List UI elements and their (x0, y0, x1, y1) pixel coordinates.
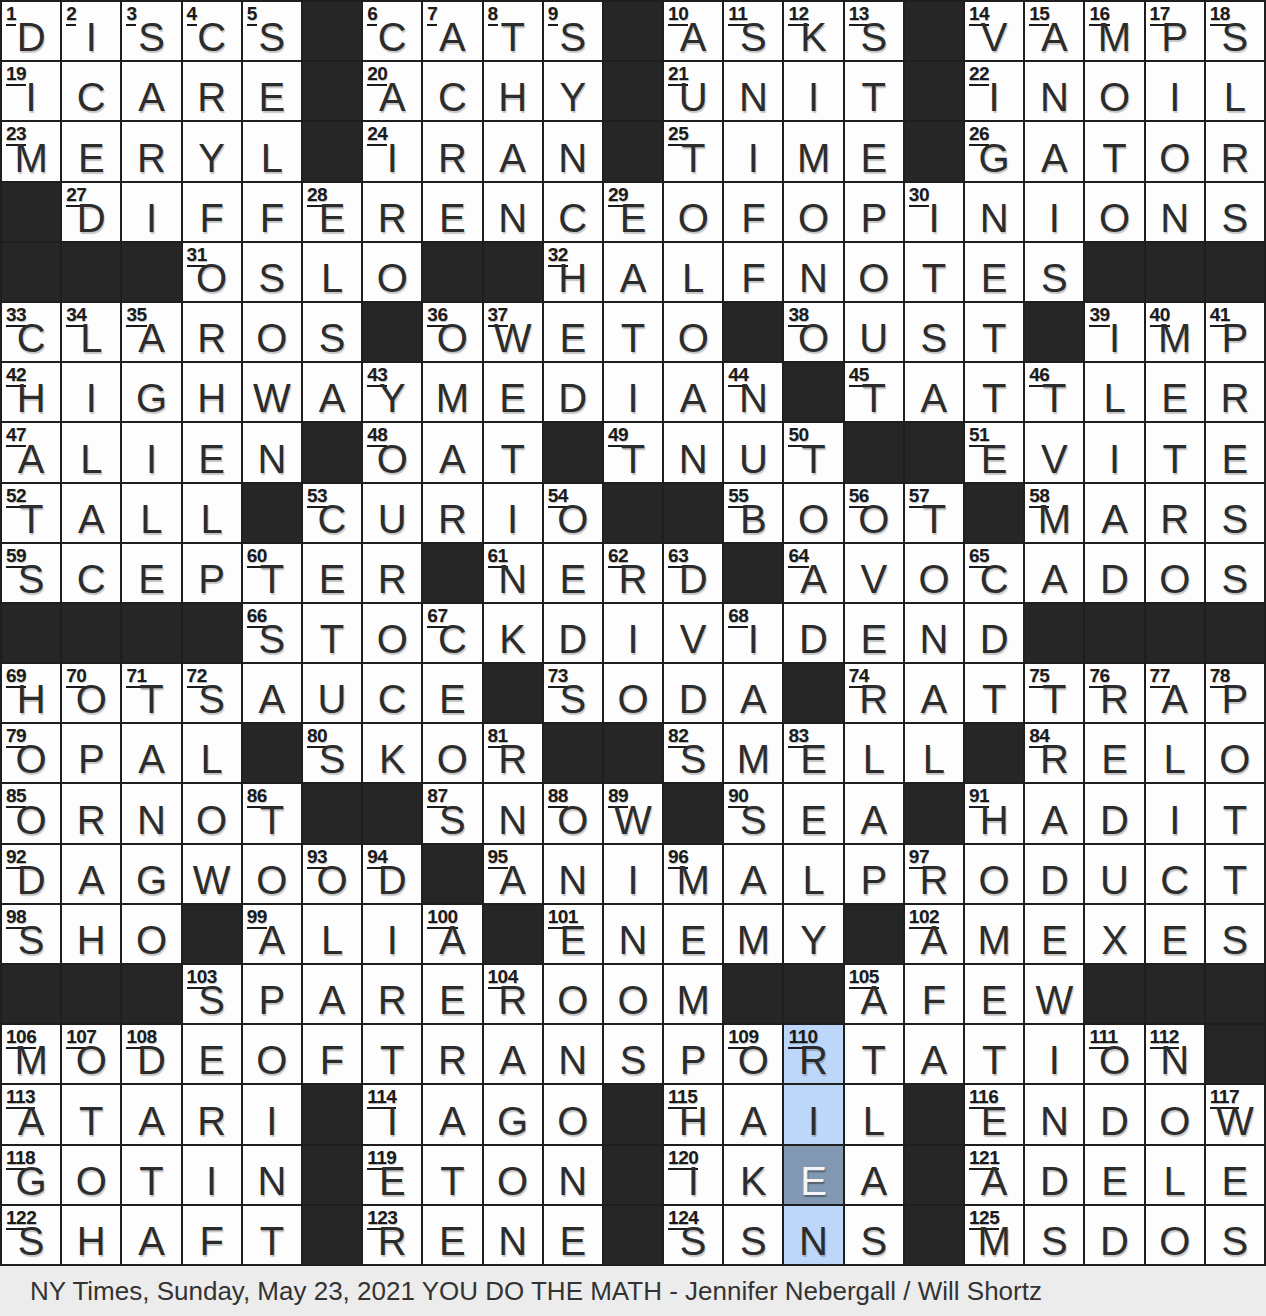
cell-r1c18[interactable]: 15A (1025, 2, 1083, 60)
cell-r5c10[interactable]: 32H (544, 243, 602, 301)
cell-r2c2[interactable]: C (62, 62, 120, 120)
cell-r12c3[interactable]: 71T (122, 664, 180, 722)
cell-r3c5[interactable]: L (243, 122, 301, 180)
cell-r16c20[interactable]: E (1146, 905, 1204, 963)
cell-r17c7[interactable]: R (363, 965, 421, 1023)
cell-r12c21[interactable]: 78P (1206, 664, 1264, 722)
cell-r11c14[interactable]: D (784, 604, 842, 662)
cell-r10c18[interactable]: A (1025, 544, 1083, 602)
cell-r8c2[interactable]: L (62, 423, 120, 481)
cell-r5c17[interactable]: E (965, 243, 1023, 301)
cell-r7c20[interactable]: E (1146, 363, 1204, 421)
cell-r1c13[interactable]: 11S (724, 2, 782, 60)
cell-r16c8[interactable]: 100A (423, 905, 481, 963)
cell-r4c11[interactable]: 29E (604, 183, 662, 241)
cell-r7c9[interactable]: E (484, 363, 542, 421)
cell-r21c4[interactable]: F (183, 1206, 241, 1264)
cell-r21c1[interactable]: 122S (2, 1206, 60, 1264)
cell-r20c20[interactable]: L (1146, 1146, 1204, 1204)
cell-r7c4[interactable]: H (183, 363, 241, 421)
cell-r13c6[interactable]: 80S (303, 724, 361, 782)
cell-r14c14[interactable]: E (784, 784, 842, 842)
cell-r9c10[interactable]: 54O (544, 484, 602, 542)
cell-r7c1[interactable]: 42H (2, 363, 60, 421)
cell-r6c14[interactable]: 38O (784, 303, 842, 361)
cell-r5c5[interactable]: S (243, 243, 301, 301)
cell-r15c10[interactable]: N (544, 845, 602, 903)
cell-r8c5[interactable]: N (243, 423, 301, 481)
cell-r10c4[interactable]: P (183, 544, 241, 602)
cell-r21c21[interactable]: S (1206, 1206, 1264, 1264)
cell-r12c19[interactable]: 76R (1085, 664, 1143, 722)
cell-r2c1[interactable]: 19I (2, 62, 60, 120)
cell-r6c11[interactable]: T (604, 303, 662, 361)
cell-r4c13[interactable]: F (724, 183, 782, 241)
cell-r3c17[interactable]: 26G (965, 122, 1023, 180)
cell-r15c2[interactable]: A (62, 845, 120, 903)
cell-r16c6[interactable]: L (303, 905, 361, 963)
cell-r6c5[interactable]: O (243, 303, 301, 361)
cell-r14c17[interactable]: 91H (965, 784, 1023, 842)
cell-r15c13[interactable]: A (724, 845, 782, 903)
cell-r10c6[interactable]: E (303, 544, 361, 602)
cell-r8c18[interactable]: V (1025, 423, 1083, 481)
cell-r20c10[interactable]: N (544, 1146, 602, 1204)
cell-r11c5[interactable]: 66S (243, 604, 301, 662)
cell-r17c4[interactable]: 103S (183, 965, 241, 1023)
cell-r17c6[interactable]: A (303, 965, 361, 1023)
cell-r3c12[interactable]: 25T (664, 122, 722, 180)
cell-r3c18[interactable]: A (1025, 122, 1083, 180)
cell-r12c4[interactable]: 72S (183, 664, 241, 722)
cell-r13c16[interactable]: L (905, 724, 963, 782)
cell-r1c15[interactable]: 13S (845, 2, 903, 60)
cell-r1c4[interactable]: 4C (183, 2, 241, 60)
cell-r14c4[interactable]: O (183, 784, 241, 842)
cell-r4c4[interactable]: F (183, 183, 241, 241)
cell-r19c19[interactable]: D (1085, 1085, 1143, 1143)
cell-r3c14[interactable]: M (784, 122, 842, 180)
cell-r5c15[interactable]: O (845, 243, 903, 301)
cell-r4c20[interactable]: N (1146, 183, 1204, 241)
cell-r2c21[interactable]: L (1206, 62, 1264, 120)
cell-r20c21[interactable]: E (1206, 1146, 1264, 1204)
cell-r17c17[interactable]: E (965, 965, 1023, 1023)
cell-r7c5[interactable]: W (243, 363, 301, 421)
cell-r9c7[interactable]: U (363, 484, 421, 542)
cell-r4c17[interactable]: N (965, 183, 1023, 241)
cell-r20c19[interactable]: E (1085, 1146, 1143, 1204)
cell-r5c16[interactable]: T (905, 243, 963, 301)
cell-r14c21[interactable]: T (1206, 784, 1264, 842)
cell-r15c12[interactable]: 96M (664, 845, 722, 903)
cell-r8c12[interactable]: N (664, 423, 722, 481)
cell-r18c16[interactable]: A (905, 1025, 963, 1083)
cell-r1c2[interactable]: 2I (62, 2, 120, 60)
cell-r6c21[interactable]: 41P (1206, 303, 1264, 361)
cell-r2c18[interactable]: N (1025, 62, 1083, 120)
cell-r18c19[interactable]: 111O (1085, 1025, 1143, 1083)
cell-r21c17[interactable]: 125M (965, 1206, 1023, 1264)
cell-r16c5[interactable]: 99A (243, 905, 301, 963)
cell-r10c21[interactable]: S (1206, 544, 1264, 602)
cell-r14c20[interactable]: I (1146, 784, 1204, 842)
cell-r8c20[interactable]: T (1146, 423, 1204, 481)
cell-r21c13[interactable]: S (724, 1206, 782, 1264)
cell-r11c16[interactable]: N (905, 604, 963, 662)
cell-r14c10[interactable]: 88O (544, 784, 602, 842)
cell-r9c16[interactable]: 57T (905, 484, 963, 542)
cell-r7c18[interactable]: 46T (1025, 363, 1083, 421)
cell-r11c13[interactable]: 68I (724, 604, 782, 662)
cell-r9c20[interactable]: R (1146, 484, 1204, 542)
cell-r16c1[interactable]: 98S (2, 905, 60, 963)
cell-r2c12[interactable]: 21U (664, 62, 722, 120)
cell-r7c16[interactable]: A (905, 363, 963, 421)
cell-r9c19[interactable]: A (1085, 484, 1143, 542)
cell-r21c3[interactable]: A (122, 1206, 180, 1264)
cell-r8c7[interactable]: 48O (363, 423, 421, 481)
cell-r17c16[interactable]: F (905, 965, 963, 1023)
cell-r16c17[interactable]: M (965, 905, 1023, 963)
cell-r21c20[interactable]: O (1146, 1206, 1204, 1264)
cell-r17c5[interactable]: P (243, 965, 301, 1023)
cell-r20c17[interactable]: 121A (965, 1146, 1023, 1204)
cell-r20c4[interactable]: I (183, 1146, 241, 1204)
cell-r13c19[interactable]: E (1085, 724, 1143, 782)
cell-r18c6[interactable]: F (303, 1025, 361, 1083)
cell-r13c18[interactable]: 84R (1025, 724, 1083, 782)
cell-r6c12[interactable]: O (664, 303, 722, 361)
cell-r2c14[interactable]: I (784, 62, 842, 120)
cell-r2c4[interactable]: R (183, 62, 241, 120)
cell-r14c3[interactable]: N (122, 784, 180, 842)
cell-r13c9[interactable]: 81R (484, 724, 542, 782)
cell-r19c17[interactable]: 116E (965, 1085, 1023, 1143)
cell-r19c3[interactable]: A (122, 1085, 180, 1143)
cell-r4c9[interactable]: N (484, 183, 542, 241)
cell-r8c3[interactable]: I (122, 423, 180, 481)
cell-r10c1[interactable]: 59S (2, 544, 60, 602)
cell-r7c11[interactable]: I (604, 363, 662, 421)
cell-r8c1[interactable]: 47A (2, 423, 60, 481)
cell-r12c18[interactable]: 75T (1025, 664, 1083, 722)
cell-r12c11[interactable]: O (604, 664, 662, 722)
cell-r19c13[interactable]: A (724, 1085, 782, 1143)
cell-r8c21[interactable]: E (1206, 423, 1264, 481)
cell-r10c19[interactable]: D (1085, 544, 1143, 602)
cell-r6c3[interactable]: 35A (122, 303, 180, 361)
cell-r10c5[interactable]: 60T (243, 544, 301, 602)
cell-r12c15[interactable]: 74R (845, 664, 903, 722)
cell-r3c2[interactable]: E (62, 122, 120, 180)
cell-r10c10[interactable]: E (544, 544, 602, 602)
cell-r12c17[interactable]: T (965, 664, 1023, 722)
cell-r18c20[interactable]: 112N (1146, 1025, 1204, 1083)
cell-r20c8[interactable]: T (423, 1146, 481, 1204)
cell-r7c13[interactable]: 44N (724, 363, 782, 421)
cell-r5c6[interactable]: L (303, 243, 361, 301)
cell-r3c8[interactable]: R (423, 122, 481, 180)
cell-r4c19[interactable]: O (1085, 183, 1143, 241)
cell-r20c2[interactable]: O (62, 1146, 120, 1204)
cell-r15c1[interactable]: 92D (2, 845, 60, 903)
cell-r5c13[interactable]: F (724, 243, 782, 301)
cell-r13c2[interactable]: P (62, 724, 120, 782)
cell-r15c5[interactable]: O (243, 845, 301, 903)
cell-r15c11[interactable]: I (604, 845, 662, 903)
cell-r4c21[interactable]: S (1206, 183, 1264, 241)
cell-r6c16[interactable]: S (905, 303, 963, 361)
cell-r20c5[interactable]: N (243, 1146, 301, 1204)
cell-r18c9[interactable]: A (484, 1025, 542, 1083)
cell-r3c15[interactable]: E (845, 122, 903, 180)
cell-r4c14[interactable]: O (784, 183, 842, 241)
cell-r9c2[interactable]: A (62, 484, 120, 542)
cell-r1c9[interactable]: 8T (484, 2, 542, 60)
cell-r14c5[interactable]: 86T (243, 784, 301, 842)
cell-r3c1[interactable]: 23M (2, 122, 60, 180)
cell-r2c8[interactable]: C (423, 62, 481, 120)
cell-r14c9[interactable]: N (484, 784, 542, 842)
cell-r20c18[interactable]: D (1025, 1146, 1083, 1204)
cell-r11c7[interactable]: O (363, 604, 421, 662)
cell-r5c7[interactable]: O (363, 243, 421, 301)
cell-r9c9[interactable]: I (484, 484, 542, 542)
cell-r21c15[interactable]: S (845, 1206, 903, 1264)
cell-r16c7[interactable]: I (363, 905, 421, 963)
cell-r20c13[interactable]: K (724, 1146, 782, 1204)
cell-r20c1[interactable]: 118G (2, 1146, 60, 1204)
cell-r3c19[interactable]: T (1085, 122, 1143, 180)
cell-r1c20[interactable]: 17P (1146, 2, 1204, 60)
cell-r3c13[interactable]: I (724, 122, 782, 180)
cell-r4c7[interactable]: R (363, 183, 421, 241)
cell-r21c9[interactable]: N (484, 1206, 542, 1264)
cell-r15c16[interactable]: 97R (905, 845, 963, 903)
cell-r16c14[interactable]: Y (784, 905, 842, 963)
cell-r13c1[interactable]: 79O (2, 724, 60, 782)
cell-r4c2[interactable]: 27D (62, 183, 120, 241)
cell-r6c15[interactable]: U (845, 303, 903, 361)
cell-r1c8[interactable]: 7A (423, 2, 481, 60)
cell-r6c20[interactable]: 40M (1146, 303, 1204, 361)
cell-r10c14[interactable]: 64A (784, 544, 842, 602)
cell-r7c2[interactable]: I (62, 363, 120, 421)
cell-r15c15[interactable]: P (845, 845, 903, 903)
cell-r21c5[interactable]: T (243, 1206, 301, 1264)
cell-r11c9[interactable]: K (484, 604, 542, 662)
cell-r11c12[interactable]: V (664, 604, 722, 662)
cell-r19c9[interactable]: G (484, 1085, 542, 1143)
cell-r4c3[interactable]: I (122, 183, 180, 241)
cell-r15c6[interactable]: 93O (303, 845, 361, 903)
cell-r16c16[interactable]: 102A (905, 905, 963, 963)
cell-r7c8[interactable]: M (423, 363, 481, 421)
cell-r18c7[interactable]: T (363, 1025, 421, 1083)
cell-r10c3[interactable]: E (122, 544, 180, 602)
cell-r2c7[interactable]: 20A (363, 62, 421, 120)
cell-r5c12[interactable]: L (664, 243, 722, 301)
cell-r18c13[interactable]: 109O (724, 1025, 782, 1083)
cell-r17c15[interactable]: 105A (845, 965, 903, 1023)
cell-r1c10[interactable]: 9S (544, 2, 602, 60)
cell-r10c7[interactable]: R (363, 544, 421, 602)
cell-r15c17[interactable]: O (965, 845, 1023, 903)
cell-r13c4[interactable]: L (183, 724, 241, 782)
cell-r8c14[interactable]: 50T (784, 423, 842, 481)
cell-r20c14[interactable]: E (784, 1146, 842, 1204)
cell-r13c21[interactable]: O (1206, 724, 1264, 782)
cell-r2c20[interactable]: I (1146, 62, 1204, 120)
cell-r9c21[interactable]: S (1206, 484, 1264, 542)
cell-r14c8[interactable]: 87S (423, 784, 481, 842)
cell-r15c3[interactable]: G (122, 845, 180, 903)
cell-r14c1[interactable]: 85O (2, 784, 60, 842)
cell-r16c13[interactable]: M (724, 905, 782, 963)
cell-r4c12[interactable]: O (664, 183, 722, 241)
cell-r11c11[interactable]: I (604, 604, 662, 662)
cell-r3c21[interactable]: R (1206, 122, 1264, 180)
cell-r17c18[interactable]: W (1025, 965, 1083, 1023)
cell-r15c20[interactable]: C (1146, 845, 1204, 903)
cell-r20c7[interactable]: 119E (363, 1146, 421, 1204)
cell-r15c14[interactable]: L (784, 845, 842, 903)
cell-r2c9[interactable]: H (484, 62, 542, 120)
cell-r14c13[interactable]: 90S (724, 784, 782, 842)
cell-r3c7[interactable]: 24I (363, 122, 421, 180)
cell-r1c21[interactable]: 18S (1206, 2, 1264, 60)
cell-r9c14[interactable]: O (784, 484, 842, 542)
cell-r10c2[interactable]: C (62, 544, 120, 602)
cell-r10c15[interactable]: V (845, 544, 903, 602)
cell-r7c12[interactable]: A (664, 363, 722, 421)
cell-r11c8[interactable]: 67C (423, 604, 481, 662)
cell-r19c1[interactable]: 113A (2, 1085, 60, 1143)
cell-r1c14[interactable]: 12K (784, 2, 842, 60)
cell-r15c18[interactable]: D (1025, 845, 1083, 903)
cell-r13c14[interactable]: 83E (784, 724, 842, 782)
cell-r9c8[interactable]: R (423, 484, 481, 542)
cell-r8c11[interactable]: 49T (604, 423, 662, 481)
cell-r17c11[interactable]: O (604, 965, 662, 1023)
cell-r3c4[interactable]: Y (183, 122, 241, 180)
cell-r5c18[interactable]: S (1025, 243, 1083, 301)
cell-r5c11[interactable]: A (604, 243, 662, 301)
cell-r9c1[interactable]: 52T (2, 484, 60, 542)
cell-r1c5[interactable]: 5S (243, 2, 301, 60)
cell-r21c10[interactable]: E (544, 1206, 602, 1264)
cell-r1c7[interactable]: 6C (363, 2, 421, 60)
cell-r1c12[interactable]: 10A (664, 2, 722, 60)
cell-r4c5[interactable]: F (243, 183, 301, 241)
cell-r1c1[interactable]: 1D (2, 2, 60, 60)
cell-r19c10[interactable]: O (544, 1085, 602, 1143)
cell-r7c15[interactable]: 45T (845, 363, 903, 421)
cell-r20c15[interactable]: A (845, 1146, 903, 1204)
cell-r12c2[interactable]: 70O (62, 664, 120, 722)
cell-r16c3[interactable]: O (122, 905, 180, 963)
cell-r18c11[interactable]: S (604, 1025, 662, 1083)
cell-r12c16[interactable]: A (905, 664, 963, 722)
cell-r6c9[interactable]: 37W (484, 303, 542, 361)
cell-r12c5[interactable]: A (243, 664, 301, 722)
cell-r18c8[interactable]: R (423, 1025, 481, 1083)
cell-r10c11[interactable]: 62R (604, 544, 662, 602)
cell-r21c19[interactable]: D (1085, 1206, 1143, 1264)
cell-r12c8[interactable]: E (423, 664, 481, 722)
cell-r11c17[interactable]: D (965, 604, 1023, 662)
cell-r19c2[interactable]: T (62, 1085, 120, 1143)
cell-r9c4[interactable]: L (183, 484, 241, 542)
cell-r16c11[interactable]: N (604, 905, 662, 963)
cell-r3c3[interactable]: R (122, 122, 180, 180)
cell-r9c3[interactable]: L (122, 484, 180, 542)
cell-r15c21[interactable]: T (1206, 845, 1264, 903)
cell-r17c9[interactable]: 104R (484, 965, 542, 1023)
cell-r10c17[interactable]: 65C (965, 544, 1023, 602)
cell-r10c12[interactable]: 63D (664, 544, 722, 602)
cell-r10c16[interactable]: O (905, 544, 963, 602)
cell-r7c3[interactable]: G (122, 363, 180, 421)
cell-r19c4[interactable]: R (183, 1085, 241, 1143)
cell-r16c12[interactable]: E (664, 905, 722, 963)
cell-r3c9[interactable]: A (484, 122, 542, 180)
cell-r6c6[interactable]: S (303, 303, 361, 361)
cell-r6c1[interactable]: 33C (2, 303, 60, 361)
cell-r20c12[interactable]: 120I (664, 1146, 722, 1204)
cell-r21c12[interactable]: 124S (664, 1206, 722, 1264)
cell-r18c5[interactable]: O (243, 1025, 301, 1083)
cell-r3c10[interactable]: N (544, 122, 602, 180)
cell-r14c15[interactable]: A (845, 784, 903, 842)
cell-r15c9[interactable]: 95A (484, 845, 542, 903)
cell-r14c18[interactable]: A (1025, 784, 1083, 842)
cell-r1c3[interactable]: 3S (122, 2, 180, 60)
cell-r19c14[interactable]: I (784, 1085, 842, 1143)
cell-r8c13[interactable]: U (724, 423, 782, 481)
cell-r17c10[interactable]: O (544, 965, 602, 1023)
cell-r18c17[interactable]: T (965, 1025, 1023, 1083)
cell-r13c3[interactable]: A (122, 724, 180, 782)
cell-r18c18[interactable]: I (1025, 1025, 1083, 1083)
cell-r21c8[interactable]: E (423, 1206, 481, 1264)
cell-r19c5[interactable]: I (243, 1085, 301, 1143)
cell-r13c13[interactable]: M (724, 724, 782, 782)
cell-r2c5[interactable]: E (243, 62, 301, 120)
cell-r16c18[interactable]: E (1025, 905, 1083, 963)
cell-r12c13[interactable]: A (724, 664, 782, 722)
cell-r8c9[interactable]: T (484, 423, 542, 481)
cell-r8c4[interactable]: E (183, 423, 241, 481)
cell-r21c2[interactable]: H (62, 1206, 120, 1264)
cell-r12c10[interactable]: 73S (544, 664, 602, 722)
cell-r19c7[interactable]: 114I (363, 1085, 421, 1143)
cell-r16c2[interactable]: H (62, 905, 120, 963)
cell-r4c10[interactable]: C (544, 183, 602, 241)
cell-r19c12[interactable]: 115H (664, 1085, 722, 1143)
cell-r4c8[interactable]: E (423, 183, 481, 241)
cell-r14c19[interactable]: D (1085, 784, 1143, 842)
cell-r18c14[interactable]: 110R (784, 1025, 842, 1083)
cell-r2c3[interactable]: A (122, 62, 180, 120)
cell-r19c15[interactable]: L (845, 1085, 903, 1143)
cell-r10c9[interactable]: 61N (484, 544, 542, 602)
cell-r9c18[interactable]: 58M (1025, 484, 1083, 542)
cell-r4c16[interactable]: 30I (905, 183, 963, 241)
cell-r2c13[interactable]: N (724, 62, 782, 120)
cell-r13c20[interactable]: L (1146, 724, 1204, 782)
